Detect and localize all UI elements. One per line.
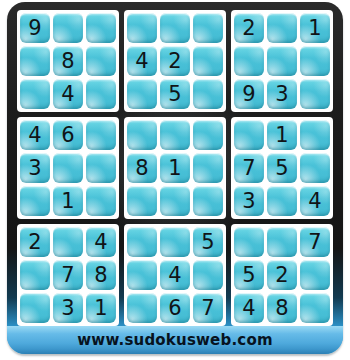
cell-r8c7[interactable]: 5 <box>234 260 264 290</box>
cell-r4c3[interactable] <box>86 120 116 150</box>
cell-r4c2[interactable]: 6 <box>53 120 83 150</box>
cell-r7c4[interactable] <box>127 227 157 257</box>
cell-r1c1[interactable]: 9 <box>20 13 50 43</box>
cell-r6c6[interactable] <box>193 186 223 216</box>
cell-r6c2[interactable]: 1 <box>53 186 83 216</box>
cell-r9c1[interactable] <box>20 293 50 323</box>
box-2-3: 17534 <box>231 117 333 219</box>
cell-r6c3[interactable] <box>86 186 116 216</box>
cell-r4c1[interactable]: 4 <box>20 120 50 150</box>
cell-r7c9[interactable]: 7 <box>300 227 330 257</box>
cell-r4c6[interactable] <box>193 120 223 150</box>
cell-r2c2[interactable]: 8 <box>53 46 83 76</box>
cell-r1c2[interactable] <box>53 13 83 43</box>
cell-r2c4[interactable]: 4 <box>127 46 157 76</box>
cell-r8c8[interactable]: 2 <box>267 260 297 290</box>
cell-r1c7[interactable]: 2 <box>234 13 264 43</box>
cell-r6c4[interactable] <box>127 186 157 216</box>
box-2-2: 81 <box>124 117 226 219</box>
cell-r1c8[interactable] <box>267 13 297 43</box>
cell-r3c5[interactable]: 5 <box>160 79 190 109</box>
cell-r3c3[interactable] <box>86 79 116 109</box>
cell-r7c3[interactable]: 4 <box>86 227 116 257</box>
site-url-link[interactable]: www.sudokusweb.com <box>77 331 272 349</box>
cell-r7c8[interactable] <box>267 227 297 257</box>
cell-r3c2[interactable]: 4 <box>53 79 83 109</box>
cell-r4c5[interactable] <box>160 120 190 150</box>
cell-r9c8[interactable]: 8 <box>267 293 297 323</box>
cell-r5c5[interactable]: 1 <box>160 153 190 183</box>
cell-r2c3[interactable] <box>86 46 116 76</box>
cell-r8c1[interactable] <box>20 260 50 290</box>
cell-r4c9[interactable] <box>300 120 330 150</box>
cell-r5c9[interactable] <box>300 153 330 183</box>
cell-r5c8[interactable]: 5 <box>267 153 297 183</box>
cell-r6c1[interactable] <box>20 186 50 216</box>
cell-r9c2[interactable]: 3 <box>53 293 83 323</box>
cell-r2c6[interactable] <box>193 46 223 76</box>
board-frame: 984425219346318117534247831546775248 www… <box>7 2 343 354</box>
cell-r4c7[interactable] <box>234 120 264 150</box>
cell-r9c3[interactable]: 1 <box>86 293 116 323</box>
box-1-1: 984 <box>17 10 119 112</box>
cell-r3c1[interactable] <box>20 79 50 109</box>
cell-r8c4[interactable] <box>127 260 157 290</box>
cell-r8c6[interactable] <box>193 260 223 290</box>
cell-r5c7[interactable]: 7 <box>234 153 264 183</box>
cell-r2c5[interactable]: 2 <box>160 46 190 76</box>
cell-r2c9[interactable] <box>300 46 330 76</box>
cell-r2c8[interactable] <box>267 46 297 76</box>
cell-r6c7[interactable]: 3 <box>234 186 264 216</box>
cell-r2c7[interactable] <box>234 46 264 76</box>
cell-r3c6[interactable] <box>193 79 223 109</box>
cell-r6c9[interactable]: 4 <box>300 186 330 216</box>
box-3-2: 5467 <box>124 224 226 326</box>
box-3-3: 75248 <box>231 224 333 326</box>
cell-r7c5[interactable] <box>160 227 190 257</box>
cell-r1c3[interactable] <box>86 13 116 43</box>
cell-r7c6[interactable]: 5 <box>193 227 223 257</box>
cell-r6c8[interactable] <box>267 186 297 216</box>
cell-r4c4[interactable] <box>127 120 157 150</box>
box-3-1: 247831 <box>17 224 119 326</box>
cell-r9c9[interactable] <box>300 293 330 323</box>
cell-r3c9[interactable] <box>300 79 330 109</box>
cell-r3c7[interactable]: 9 <box>234 79 264 109</box>
cell-r7c1[interactable]: 2 <box>20 227 50 257</box>
cell-r7c2[interactable] <box>53 227 83 257</box>
box-1-3: 2193 <box>231 10 333 112</box>
cell-r2c1[interactable] <box>20 46 50 76</box>
cell-r1c5[interactable] <box>160 13 190 43</box>
cell-r5c4[interactable]: 8 <box>127 153 157 183</box>
cell-r8c3[interactable]: 8 <box>86 260 116 290</box>
cell-r1c4[interactable] <box>127 13 157 43</box>
cell-r1c9[interactable]: 1 <box>300 13 330 43</box>
cell-r1c6[interactable] <box>193 13 223 43</box>
cell-r8c2[interactable]: 7 <box>53 260 83 290</box>
cell-r3c8[interactable]: 3 <box>267 79 297 109</box>
cell-r4c8[interactable]: 1 <box>267 120 297 150</box>
cell-r5c3[interactable] <box>86 153 116 183</box>
cell-r8c5[interactable]: 4 <box>160 260 190 290</box>
cell-r5c1[interactable]: 3 <box>20 153 50 183</box>
cell-r5c2[interactable] <box>53 153 83 183</box>
cell-r7c7[interactable] <box>234 227 264 257</box>
sudoku-board: 984425219346318117534247831546775248 <box>17 10 333 326</box>
cell-r9c7[interactable]: 4 <box>234 293 264 323</box>
page: 984425219346318117534247831546775248 www… <box>0 0 350 360</box>
cell-r8c9[interactable] <box>300 260 330 290</box>
cell-r9c4[interactable] <box>127 293 157 323</box>
box-2-1: 4631 <box>17 117 119 219</box>
cell-r9c5[interactable]: 6 <box>160 293 190 323</box>
cell-r6c5[interactable] <box>160 186 190 216</box>
box-1-2: 425 <box>124 10 226 112</box>
footer-band: www.sudokusweb.com <box>7 326 343 354</box>
cell-r5c6[interactable] <box>193 153 223 183</box>
cell-r3c4[interactable] <box>127 79 157 109</box>
cell-r9c6[interactable]: 7 <box>193 293 223 323</box>
